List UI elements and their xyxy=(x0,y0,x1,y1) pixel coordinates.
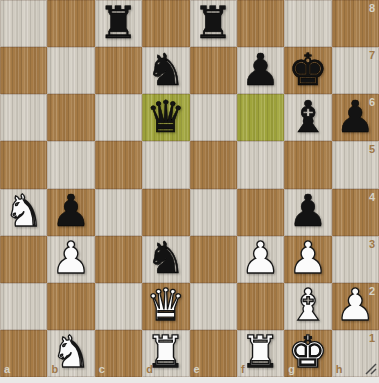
square-e5[interactable] xyxy=(190,141,237,188)
square-h2[interactable]: ♟2 xyxy=(332,283,379,330)
coord-file-c: c xyxy=(99,363,105,375)
coord-rank-8: 8 xyxy=(369,2,375,14)
square-a7[interactable] xyxy=(0,47,47,94)
bottom-strip xyxy=(0,377,379,383)
square-e4[interactable] xyxy=(190,189,237,236)
square-h1[interactable]: 1h xyxy=(332,330,379,377)
piece-white-pawn[interactable]: ♟ xyxy=(237,235,284,282)
coord-file-a: a xyxy=(4,363,10,375)
square-a3[interactable] xyxy=(0,236,47,283)
square-c7[interactable] xyxy=(95,47,142,94)
square-f3[interactable]: ♟ xyxy=(237,236,284,283)
square-g6[interactable]: ♝ xyxy=(284,94,331,141)
coord-rank-7: 7 xyxy=(369,49,375,61)
square-b2[interactable] xyxy=(47,283,94,330)
square-h6[interactable]: ♟6 xyxy=(332,94,379,141)
square-b1[interactable]: ♞b xyxy=(47,330,94,377)
square-d4[interactable] xyxy=(142,189,189,236)
chess-board: ♜♜8♞♟♚7♛♝♟65♞♟♟4♟♞♟♟3♛♝♟2a♞bc♜de♜f♚g1h xyxy=(0,0,379,377)
square-a6[interactable] xyxy=(0,94,47,141)
square-b5[interactable] xyxy=(47,141,94,188)
chess-app-window: ♜♜8♞♟♚7♛♝♟65♞♟♟4♟♞♟♟3♛♝♟2a♞bc♜de♜f♚g1h xyxy=(0,0,379,383)
square-a1[interactable]: a xyxy=(0,330,47,377)
square-b8[interactable] xyxy=(47,0,94,47)
square-f6[interactable] xyxy=(237,94,284,141)
piece-black-knight[interactable]: ♞ xyxy=(142,235,189,282)
square-h7[interactable]: 7 xyxy=(332,47,379,94)
coord-rank-3: 3 xyxy=(369,238,375,250)
square-h5[interactable]: 5 xyxy=(332,141,379,188)
square-d8[interactable] xyxy=(142,0,189,47)
coord-rank-1: 1 xyxy=(369,332,375,344)
piece-white-queen[interactable]: ♛ xyxy=(142,282,189,329)
square-a2[interactable] xyxy=(0,283,47,330)
square-g3[interactable]: ♟ xyxy=(284,236,331,283)
square-e7[interactable] xyxy=(190,47,237,94)
piece-white-rook[interactable]: ♜ xyxy=(142,329,189,376)
piece-white-rook[interactable]: ♜ xyxy=(237,329,284,376)
square-h8[interactable]: 8 xyxy=(332,0,379,47)
square-b6[interactable] xyxy=(47,94,94,141)
square-d1[interactable]: ♜d xyxy=(142,330,189,377)
square-f1[interactable]: ♜f xyxy=(237,330,284,377)
piece-black-king[interactable]: ♚ xyxy=(284,46,331,93)
piece-black-pawn[interactable]: ♟ xyxy=(237,46,284,93)
square-f7[interactable]: ♟ xyxy=(237,47,284,94)
piece-black-bishop[interactable]: ♝ xyxy=(284,93,331,140)
square-f8[interactable] xyxy=(237,0,284,47)
piece-black-pawn[interactable]: ♟ xyxy=(47,188,94,235)
square-c8[interactable]: ♜ xyxy=(95,0,142,47)
square-c5[interactable] xyxy=(95,141,142,188)
square-f4[interactable] xyxy=(237,189,284,236)
square-c2[interactable] xyxy=(95,283,142,330)
square-c3[interactable] xyxy=(95,236,142,283)
square-a8[interactable] xyxy=(0,0,47,47)
square-e1[interactable]: e xyxy=(190,330,237,377)
coord-rank-5: 5 xyxy=(369,143,375,155)
square-f2[interactable] xyxy=(237,283,284,330)
piece-black-pawn[interactable]: ♟ xyxy=(332,93,379,140)
square-a4[interactable]: ♞ xyxy=(0,189,47,236)
piece-white-king[interactable]: ♚ xyxy=(284,329,331,376)
piece-white-pawn[interactable]: ♟ xyxy=(284,235,331,282)
square-d3[interactable]: ♞ xyxy=(142,236,189,283)
square-a5[interactable] xyxy=(0,141,47,188)
square-g4[interactable]: ♟ xyxy=(284,189,331,236)
square-c6[interactable] xyxy=(95,94,142,141)
piece-black-pawn[interactable]: ♟ xyxy=(284,188,331,235)
coord-rank-4: 4 xyxy=(369,191,375,203)
square-d5[interactable] xyxy=(142,141,189,188)
resize-icon[interactable] xyxy=(363,361,377,375)
coord-file-h: h xyxy=(336,363,343,375)
square-b4[interactable]: ♟ xyxy=(47,189,94,236)
square-d7[interactable]: ♞ xyxy=(142,47,189,94)
square-d6[interactable]: ♛ xyxy=(142,94,189,141)
square-g7[interactable]: ♚ xyxy=(284,47,331,94)
square-h4[interactable]: 4 xyxy=(332,189,379,236)
coord-file-e: e xyxy=(194,363,200,375)
square-h3[interactable]: 3 xyxy=(332,236,379,283)
piece-white-pawn[interactable]: ♟ xyxy=(332,282,379,329)
square-e2[interactable] xyxy=(190,283,237,330)
square-e6[interactable] xyxy=(190,94,237,141)
square-e8[interactable]: ♜ xyxy=(190,0,237,47)
piece-white-bishop[interactable]: ♝ xyxy=(284,282,331,329)
piece-white-pawn[interactable]: ♟ xyxy=(47,235,94,282)
square-c4[interactable] xyxy=(95,189,142,236)
piece-white-knight[interactable]: ♞ xyxy=(47,329,94,376)
piece-black-rook[interactable]: ♜ xyxy=(190,0,237,46)
square-g1[interactable]: ♚g xyxy=(284,330,331,377)
square-b3[interactable]: ♟ xyxy=(47,236,94,283)
square-b7[interactable] xyxy=(47,47,94,94)
square-e3[interactable] xyxy=(190,236,237,283)
piece-black-knight[interactable]: ♞ xyxy=(142,46,189,93)
square-f5[interactable] xyxy=(237,141,284,188)
square-g8[interactable] xyxy=(284,0,331,47)
piece-white-knight[interactable]: ♞ xyxy=(0,188,47,235)
piece-black-queen[interactable]: ♛ xyxy=(142,93,189,140)
piece-black-rook[interactable]: ♜ xyxy=(95,0,142,46)
square-c1[interactable]: c xyxy=(95,330,142,377)
square-d2[interactable]: ♛ xyxy=(142,283,189,330)
square-g2[interactable]: ♝ xyxy=(284,283,331,330)
square-g5[interactable] xyxy=(284,141,331,188)
